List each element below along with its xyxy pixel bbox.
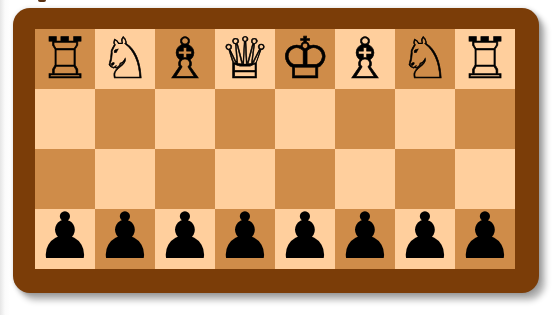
square-h2[interactable] <box>455 89 515 149</box>
square-b2[interactable] <box>95 89 155 149</box>
square-c1[interactable]: ♗ <box>155 29 215 89</box>
piece-black-pawn[interactable]: ♟ <box>396 204 453 268</box>
piece-black-pawn[interactable]: ♟ <box>36 204 93 268</box>
piece-black-pawn[interactable]: ♟ <box>456 204 513 268</box>
piece-black-pawn[interactable]: ♟ <box>216 204 273 268</box>
piece-black-pawn[interactable]: ♟ <box>96 204 153 268</box>
square-b4[interactable]: ♟ <box>95 209 155 269</box>
square-e4[interactable]: ♟ <box>275 209 335 269</box>
square-f2[interactable] <box>335 89 395 149</box>
piece-white-knight[interactable]: ♘ <box>99 30 150 87</box>
board-frame: ♖♘♗♕♔♗♘♖♟♟♟♟♟♟♟♟ <box>13 8 539 293</box>
piece-black-pawn[interactable]: ♟ <box>156 204 213 268</box>
square-d2[interactable] <box>215 89 275 149</box>
piece-white-bishop[interactable]: ♗ <box>339 30 390 87</box>
square-d1[interactable]: ♕ <box>215 29 275 89</box>
square-h1[interactable]: ♖ <box>455 29 515 89</box>
piece-white-rook[interactable]: ♖ <box>459 30 510 87</box>
square-d4[interactable]: ♟ <box>215 209 275 269</box>
piece-white-rook[interactable]: ♖ <box>39 30 90 87</box>
square-a2[interactable] <box>35 89 95 149</box>
square-b1[interactable]: ♘ <box>95 29 155 89</box>
piece-white-knight[interactable]: ♘ <box>399 30 450 87</box>
square-e1[interactable]: ♔ <box>275 29 335 89</box>
square-e2[interactable] <box>275 89 335 149</box>
square-c2[interactable] <box>155 89 215 149</box>
square-g1[interactable]: ♘ <box>395 29 455 89</box>
square-f1[interactable]: ♗ <box>335 29 395 89</box>
piece-black-pawn[interactable]: ♟ <box>336 204 393 268</box>
square-f4[interactable]: ♟ <box>335 209 395 269</box>
screen-background: ♖♘♗♕♔♗♘♖♟♟♟♟♟♟♟♟ <box>0 0 554 315</box>
square-c4[interactable]: ♟ <box>155 209 215 269</box>
square-g2[interactable] <box>395 89 455 149</box>
square-a4[interactable]: ♟ <box>35 209 95 269</box>
piece-white-queen[interactable]: ♕ <box>219 30 270 87</box>
square-a1[interactable]: ♖ <box>35 29 95 89</box>
piece-white-bishop[interactable]: ♗ <box>159 30 210 87</box>
screen-artifact <box>38 0 46 2</box>
square-g4[interactable]: ♟ <box>395 209 455 269</box>
square-h4[interactable]: ♟ <box>455 209 515 269</box>
chess-board: ♖♘♗♕♔♗♘♖♟♟♟♟♟♟♟♟ <box>35 29 515 269</box>
piece-black-pawn[interactable]: ♟ <box>276 204 333 268</box>
piece-white-king[interactable]: ♔ <box>279 30 330 87</box>
